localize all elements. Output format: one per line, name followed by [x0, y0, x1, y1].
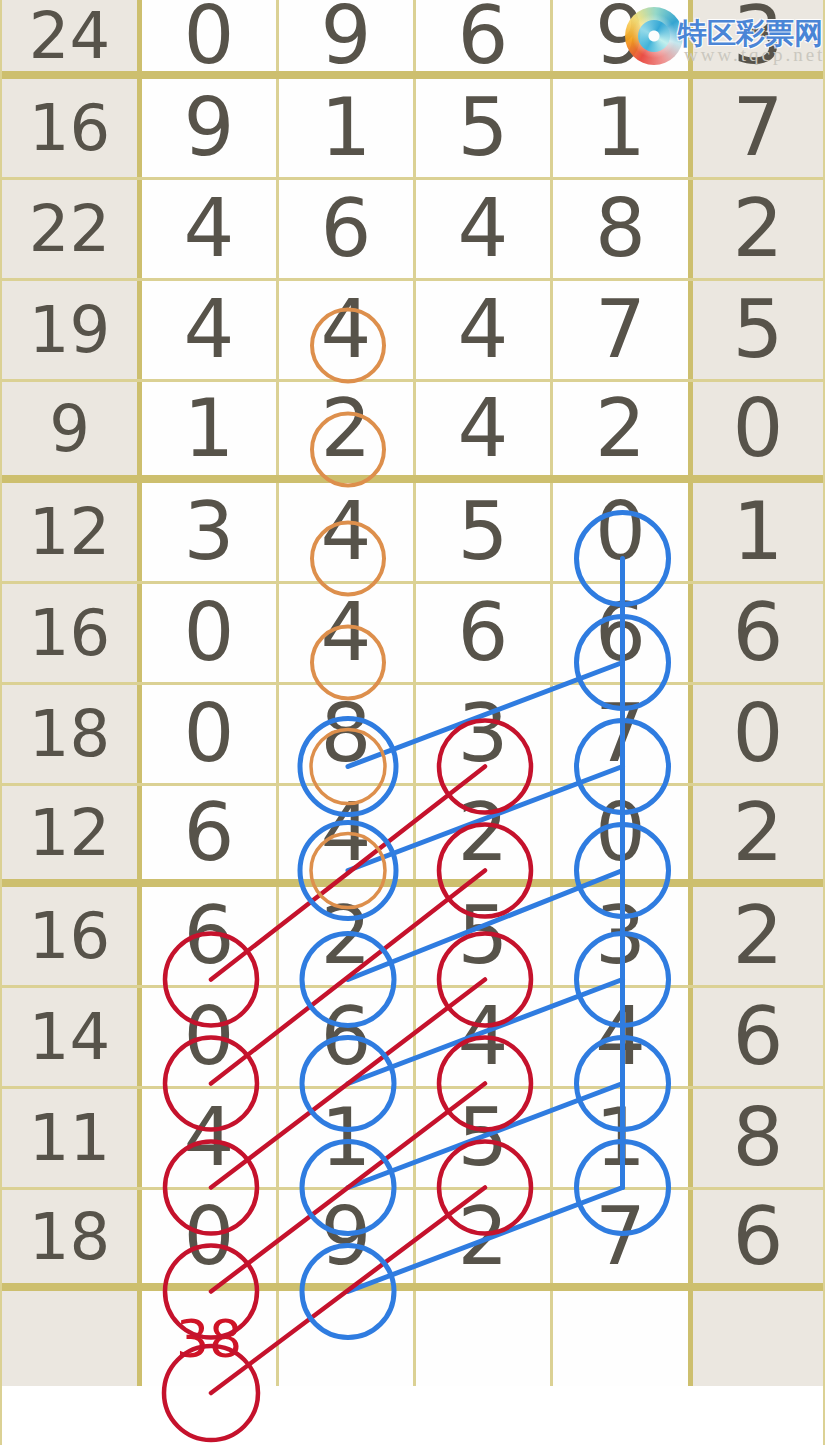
trend-row: 1809276 — [2, 1190, 823, 1291]
digit-cell: 3 — [142, 483, 279, 581]
digit-cell: 9 — [279, 1190, 416, 1283]
digit-cell: 7 — [553, 685, 693, 783]
digit-cell: 1 — [553, 1089, 693, 1187]
sum-cell: 22 — [2, 180, 142, 278]
digit-cell: 4 — [416, 180, 553, 278]
digit-cell: 4 — [279, 281, 416, 379]
tail-digit-cell: 6 — [693, 584, 823, 682]
tail-digit-cell: 0 — [693, 382, 823, 475]
digit-cell: 0 — [142, 584, 279, 682]
sum-cell: 18 — [2, 685, 142, 783]
digit-cell: 9 — [142, 79, 279, 177]
footer-digit-cell — [416, 1291, 553, 1386]
digit-cell: 4 — [279, 483, 416, 581]
digit-cell: 4 — [416, 281, 553, 379]
footer-digit-cell — [279, 1291, 416, 1386]
sum-cell: 24 — [2, 0, 142, 71]
tail-digit-cell: 5 — [693, 281, 823, 379]
digit-cell: 7 — [553, 1190, 693, 1283]
trend-row: 1406446 — [2, 988, 823, 1089]
digit-cell: 4 — [279, 584, 416, 682]
trend-row: 1141518 — [2, 1089, 823, 1190]
digit-cell: 0 — [553, 483, 693, 581]
digit-cell: 6 — [142, 786, 279, 879]
sum-cell: 16 — [2, 79, 142, 177]
tail-digit-cell: 2 — [693, 786, 823, 879]
trend-row: 1944475 — [2, 281, 823, 382]
digit-cell: 4 — [416, 988, 553, 1086]
tail-digit-cell: 3 — [693, 0, 823, 71]
digit-cell: 2 — [279, 382, 416, 475]
trend-row: 1604666 — [2, 584, 823, 685]
digit-cell: 1 — [142, 382, 279, 475]
footer-digit-cell — [553, 1291, 693, 1386]
digit-cell: 2 — [416, 786, 553, 879]
sum-cell: 14 — [2, 988, 142, 1086]
digit-cell: 6 — [553, 584, 693, 682]
tail-digit-cell: 1 — [693, 483, 823, 581]
digit-cell: 0 — [142, 685, 279, 783]
digit-cell: 3 — [416, 685, 553, 783]
digit-cell: 8 — [553, 180, 693, 278]
digit-cell: 6 — [142, 887, 279, 985]
digit-cell: 6 — [279, 988, 416, 1086]
trend-row: 2409693 — [2, 0, 823, 79]
digit-cell: 4 — [142, 1089, 279, 1187]
trend-row: 1808370 — [2, 685, 823, 786]
digit-cell: 6 — [416, 0, 553, 71]
digit-cell: 3 — [553, 887, 693, 985]
digit-cell: 8 — [279, 685, 416, 783]
sum-cell: 18 — [2, 1190, 142, 1283]
tail-digit-cell: 0 — [693, 685, 823, 783]
sum-cell: 16 — [2, 584, 142, 682]
digit-cell: 5 — [416, 483, 553, 581]
tail-digit-cell: 6 — [693, 988, 823, 1086]
digit-cell: 5 — [416, 79, 553, 177]
digit-cell: 1 — [279, 79, 416, 177]
digit-cell: 6 — [279, 180, 416, 278]
lottery-trend-chart: 2409693169151722464821944475912420123450… — [0, 0, 825, 1445]
trend-row: 912420 — [2, 382, 823, 483]
digit-cell: 0 — [553, 786, 693, 879]
tail-digit-cell: 8 — [693, 1089, 823, 1187]
trend-row: 1662532 — [2, 887, 823, 988]
digit-cell: 6 — [416, 584, 553, 682]
sum-cell — [2, 1291, 142, 1386]
tail-digit-cell: 2 — [693, 887, 823, 985]
tail-digit-cell — [693, 1291, 823, 1386]
tail-digit-cell: 2 — [693, 180, 823, 278]
sum-cell: 16 — [2, 887, 142, 985]
digit-cell: 5 — [416, 887, 553, 985]
tail-digit-cell: 7 — [693, 79, 823, 177]
digit-cell: 4 — [142, 281, 279, 379]
digit-cell: 7 — [553, 281, 693, 379]
digit-cell: 2 — [416, 1190, 553, 1283]
digit-cell: 9 — [279, 0, 416, 71]
digit-cell: 4 — [279, 786, 416, 879]
trend-row: 1691517 — [2, 79, 823, 180]
digit-cell: 4 — [416, 382, 553, 475]
trend-row: 1264202 — [2, 786, 823, 887]
sum-cell: 12 — [2, 483, 142, 581]
digit-cell: 4 — [142, 180, 279, 278]
trend-row: 2246482 — [2, 180, 823, 281]
digit-cell: 0 — [142, 1190, 279, 1283]
trend-row: 38 — [2, 1291, 823, 1386]
trend-row: 1234501 — [2, 483, 823, 584]
footer-digit-cell: 38 — [142, 1291, 279, 1386]
digit-cell: 9 — [553, 0, 693, 71]
sum-cell: 12 — [2, 786, 142, 879]
digit-cell: 0 — [142, 988, 279, 1086]
sum-cell: 9 — [2, 382, 142, 475]
digit-cell: 4 — [553, 988, 693, 1086]
digit-cell: 1 — [553, 79, 693, 177]
digit-cell: 2 — [553, 382, 693, 475]
digit-cell: 2 — [279, 887, 416, 985]
sum-cell: 19 — [2, 281, 142, 379]
tail-digit-cell: 6 — [693, 1190, 823, 1283]
sum-cell: 11 — [2, 1089, 142, 1187]
digit-cell: 0 — [142, 0, 279, 71]
digit-cell: 5 — [416, 1089, 553, 1187]
trend-grid: 2409693169151722464821944475912420123450… — [2, 0, 823, 1386]
digit-cell: 1 — [279, 1089, 416, 1187]
